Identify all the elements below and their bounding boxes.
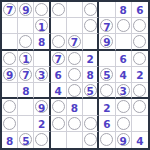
cell-r1c6[interactable] — [83, 2, 99, 18]
cell-r4c7[interactable] — [99, 51, 115, 67]
digit: 6 — [103, 118, 110, 129]
digit: 8 — [87, 70, 94, 81]
odd-circle: 1 — [19, 52, 32, 65]
cell-r7c7[interactable]: 2 — [99, 99, 115, 115]
cell-r5c6[interactable]: 8 — [83, 67, 99, 83]
digit: 6 — [55, 70, 62, 81]
cell-r2c7[interactable]: 7 — [99, 18, 115, 34]
odd-circle: 9 — [19, 3, 32, 16]
cell-r6c3[interactable] — [34, 83, 50, 99]
cell-r6c2[interactable]: 8 — [18, 83, 34, 99]
odd-circle — [68, 52, 81, 65]
odd-circle — [52, 35, 65, 48]
cell-r5c4[interactable]: 6 — [51, 67, 67, 83]
digit: 2 — [87, 54, 94, 65]
cell-r6c8[interactable]: 3 — [116, 83, 132, 99]
odd-circle: 7 — [68, 35, 81, 48]
cell-r5c5[interactable] — [67, 67, 83, 83]
odd-circle — [3, 52, 16, 65]
odd-circle — [68, 84, 81, 97]
cell-r1c9[interactable]: 6 — [132, 2, 148, 18]
odd-circle — [35, 3, 48, 16]
cell-r9c5[interactable] — [67, 132, 83, 148]
digit: 4 — [55, 85, 62, 96]
cell-r7c1[interactable] — [2, 99, 18, 115]
odd-circle — [35, 133, 48, 146]
cell-r6c4[interactable]: 4 — [51, 83, 67, 99]
digit: 6 — [136, 5, 143, 16]
cell-r9c7[interactable] — [99, 132, 115, 148]
cell-r3c9[interactable] — [132, 34, 148, 50]
cell-r8c4[interactable] — [51, 116, 67, 132]
cell-r5c3[interactable]: 3 — [34, 67, 50, 83]
digit: 1 — [22, 54, 29, 65]
cell-r8c1[interactable] — [2, 116, 18, 132]
cell-r9c1[interactable]: 8 — [2, 132, 18, 148]
cell-r3c4[interactable] — [51, 34, 67, 50]
cell-r6c6[interactable]: 5 — [83, 83, 99, 99]
cell-r2c6[interactable] — [83, 18, 99, 34]
cell-r5c7[interactable]: 5 — [99, 67, 115, 83]
cell-r1c2[interactable]: 9 — [18, 2, 34, 18]
odd-circle — [117, 117, 130, 130]
odd-circle — [52, 117, 65, 130]
cell-r7c8[interactable] — [116, 99, 132, 115]
digit: 7 — [6, 5, 13, 16]
cell-r2c4[interactable] — [51, 18, 67, 34]
digit: 5 — [87, 85, 94, 96]
cell-r5c8[interactable]: 4 — [116, 67, 132, 83]
cell-r6c9[interactable] — [132, 83, 148, 99]
cell-r1c4[interactable] — [51, 2, 67, 18]
odd-circle — [52, 100, 65, 113]
cell-r9c9[interactable]: 4 — [132, 132, 148, 148]
odd-circle — [133, 84, 146, 97]
cell-r3c6[interactable] — [83, 34, 99, 50]
cell-r8c9[interactable] — [132, 116, 148, 132]
digit: 7 — [103, 21, 110, 32]
cell-r5c2[interactable]: 7 — [18, 67, 34, 83]
cell-r8c3[interactable]: 2 — [34, 116, 50, 132]
digit: 9 — [6, 70, 13, 81]
odd-circle — [3, 100, 16, 113]
odd-circle: 9 — [35, 100, 48, 113]
digit: 6 — [120, 54, 127, 65]
digit: 4 — [120, 70, 127, 81]
cell-r1c7[interactable] — [99, 2, 115, 18]
digit: 9 — [22, 5, 29, 16]
digit: 7 — [55, 54, 62, 65]
cell-r4c2[interactable]: 1 — [18, 51, 34, 67]
odd-circle — [19, 35, 32, 48]
odd-circle — [68, 68, 81, 81]
cell-r2c1[interactable] — [2, 18, 18, 34]
cell-r1c5[interactable] — [67, 2, 83, 18]
cell-r1c1[interactable]: 7 — [2, 2, 18, 18]
cell-r9c2[interactable]: 5 — [18, 132, 34, 148]
odd-circle — [133, 35, 146, 48]
digit: 2 — [136, 70, 143, 81]
cell-r1c3[interactable] — [34, 2, 50, 18]
digit: 5 — [103, 70, 110, 81]
digit: 8 — [71, 102, 78, 113]
odd-circle: 9 — [117, 133, 130, 146]
cell-r2c9[interactable] — [132, 18, 148, 34]
cell-r5c9[interactable]: 2 — [132, 67, 148, 83]
odd-circle: 7 — [52, 52, 65, 65]
cell-r8c6[interactable] — [83, 116, 99, 132]
odd-circle: 5 — [19, 133, 32, 146]
digit: 8 — [22, 85, 29, 96]
cell-r3c2[interactable] — [18, 34, 34, 50]
cell-r3c3[interactable]: 8 — [34, 34, 50, 50]
cell-r5c1[interactable]: 9 — [2, 67, 18, 83]
cell-r3c7[interactable]: 9 — [99, 34, 115, 50]
cell-r8c5[interactable] — [67, 116, 83, 132]
digit: 8 — [38, 37, 45, 48]
odd-circle: 7 — [19, 68, 32, 81]
digit: 3 — [120, 85, 127, 96]
cell-r1c8[interactable]: 8 — [116, 2, 132, 18]
cell-r2c3[interactable]: 1 — [34, 18, 50, 34]
odd-circle — [117, 100, 130, 113]
cell-r7c5[interactable]: 8 — [67, 99, 83, 115]
odd-circle — [68, 117, 81, 130]
cell-r3c8[interactable] — [116, 34, 132, 50]
cell-r2c8[interactable] — [116, 18, 132, 34]
digit: 1 — [38, 21, 45, 32]
odd-circle — [133, 52, 146, 65]
odd-circle: 9 — [100, 35, 113, 48]
cell-r3c1[interactable] — [2, 34, 18, 50]
cell-r9c8[interactable]: 9 — [116, 132, 132, 148]
cell-r9c4[interactable] — [51, 132, 67, 148]
cell-r7c6[interactable] — [83, 99, 99, 115]
odd-circle — [133, 100, 146, 113]
odd-circle — [133, 19, 146, 32]
odd-circle — [3, 117, 16, 130]
odd-circle: 9 — [3, 68, 16, 81]
cell-r4c3[interactable] — [34, 51, 50, 67]
cell-r9c3[interactable] — [34, 132, 50, 148]
digit: 3 — [38, 70, 45, 81]
digit: 9 — [38, 102, 45, 113]
odd-circle: 3 — [35, 68, 48, 81]
odd-circle — [84, 133, 97, 146]
digit: 5 — [22, 135, 29, 146]
cell-r4c4[interactable]: 7 — [51, 51, 67, 67]
cell-r6c1[interactable] — [2, 83, 18, 99]
cell-r3c5[interactable]: 7 — [67, 34, 83, 50]
cell-r8c2[interactable] — [18, 116, 34, 132]
cell-r7c2[interactable] — [18, 99, 34, 115]
odd-circle — [52, 3, 65, 16]
odd-circle — [84, 19, 97, 32]
cell-r7c4[interactable] — [51, 99, 67, 115]
odd-circle — [100, 133, 113, 146]
odd-circle — [117, 19, 130, 32]
odd-circle: 5 — [100, 68, 113, 81]
cell-r4c9[interactable] — [132, 51, 148, 67]
odd-circle: 7 — [3, 3, 16, 16]
odd-circle: 5 — [84, 84, 97, 97]
odd-circle — [100, 84, 113, 97]
sudoku-board: 7986178791726973685428453982268594 — [0, 0, 150, 150]
digit: 9 — [120, 135, 127, 146]
cell-r6c7[interactable] — [99, 83, 115, 99]
cell-r8c7[interactable]: 6 — [99, 116, 115, 132]
cell-r4c6[interactable]: 2 — [83, 51, 99, 67]
odd-circle — [84, 117, 97, 130]
cell-r2c5[interactable] — [67, 18, 83, 34]
cell-r9c6[interactable] — [83, 132, 99, 148]
digit: 2 — [38, 118, 45, 129]
cell-r7c9[interactable] — [132, 99, 148, 115]
digit: 9 — [103, 37, 110, 48]
odd-circle: 3 — [117, 84, 130, 97]
cell-r8c8[interactable] — [116, 116, 132, 132]
digit: 4 — [136, 135, 143, 146]
odd-circle — [84, 3, 97, 16]
odd-circle: 7 — [100, 19, 113, 32]
digit: 2 — [103, 102, 110, 113]
cell-r6c5[interactable] — [67, 83, 83, 99]
digit: 7 — [22, 70, 29, 81]
cell-r4c5[interactable] — [67, 51, 83, 67]
cell-r4c8[interactable]: 6 — [116, 51, 132, 67]
cell-r2c2[interactable] — [18, 18, 34, 34]
digit: 8 — [6, 135, 13, 146]
cell-r4c1[interactable] — [2, 51, 18, 67]
digit: 8 — [120, 5, 127, 16]
cell-r7c3[interactable]: 9 — [34, 99, 50, 115]
digit: 7 — [71, 37, 78, 48]
odd-circle: 1 — [35, 19, 48, 32]
